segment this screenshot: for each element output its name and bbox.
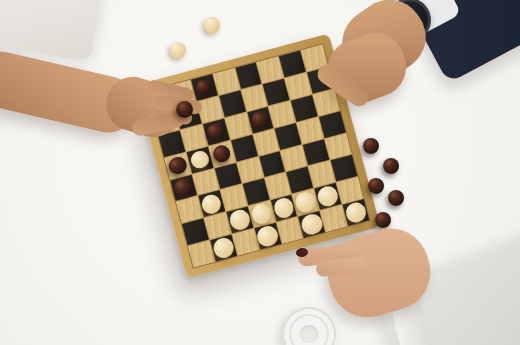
light-piece[interactable] — [189, 149, 210, 170]
off-board-dark-piece[interactable] — [383, 158, 399, 174]
light-piece[interactable] — [343, 200, 368, 225]
dark-piece[interactable] — [172, 177, 194, 199]
dark-piece[interactable] — [167, 155, 188, 176]
light-piece[interactable] — [294, 190, 318, 214]
off-board-light-piece[interactable] — [170, 42, 186, 58]
light-piece[interactable] — [211, 236, 236, 261]
light-piece[interactable] — [250, 202, 274, 226]
dark-piece[interactable] — [206, 122, 226, 142]
table-surface — [0, 0, 520, 345]
dark-piece[interactable] — [250, 110, 270, 130]
light-piece[interactable] — [228, 208, 252, 232]
light-piece[interactable] — [272, 196, 296, 220]
off-board-dark-piece[interactable] — [363, 138, 379, 154]
left-player-shirt-sleeve — [0, 0, 104, 62]
off-board-light-piece[interactable] — [204, 17, 220, 33]
light-piece[interactable] — [255, 224, 280, 249]
off-board-dark-piece[interactable] — [388, 190, 404, 206]
light-piece[interactable] — [316, 184, 340, 208]
light-piece[interactable] — [299, 212, 324, 237]
cup-lid-center — [300, 325, 318, 343]
dark-piece[interactable] — [211, 143, 232, 164]
held-dark-piece[interactable] — [176, 101, 193, 118]
light-piece[interactable] — [200, 192, 223, 215]
square-r7c7[interactable] — [343, 199, 370, 226]
coffee-cup-lid — [282, 307, 336, 345]
dark-piece[interactable] — [195, 78, 213, 96]
